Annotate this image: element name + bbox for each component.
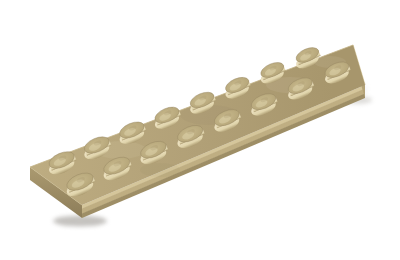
product-photo xyxy=(0,0,400,260)
lego-plate-2x8-photo xyxy=(0,0,400,260)
